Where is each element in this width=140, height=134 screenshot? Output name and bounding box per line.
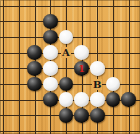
white-stone: ○	[74, 92, 89, 107]
black-stone: ●	[59, 77, 74, 92]
grid-line-horizontal	[0, 21, 140, 22]
black-stone: ●	[59, 108, 74, 123]
go-diagram: ●●○●○A○●○●1○●○●B○●○○○●●●●●	[0, 0, 140, 134]
white-stone: ○	[43, 77, 58, 92]
white-stone: ○	[106, 77, 121, 92]
point-label-b[interactable]: B	[92, 79, 102, 90]
black-stone: ●	[106, 92, 121, 107]
black-stone: ●	[74, 108, 89, 123]
white-stone: ○	[90, 92, 105, 107]
white-stone: ○	[43, 61, 58, 76]
marked-black-stone: ●1	[74, 61, 89, 76]
black-stone: ●	[27, 45, 42, 60]
grid-line-vertical	[19, 0, 20, 134]
black-stone: ●	[43, 14, 58, 29]
grid-line-horizontal	[0, 68, 140, 69]
black-stone: ●	[27, 77, 42, 92]
black-stone: ●	[43, 92, 58, 107]
move-number-label: 1	[74, 61, 89, 76]
black-stone: ●	[121, 92, 136, 107]
grid-line-horizontal	[0, 131, 140, 132]
grid-line-horizontal	[0, 6, 140, 7]
grid-line-vertical	[113, 0, 114, 134]
white-stone: ○	[59, 30, 74, 45]
grid-line-vertical	[3, 0, 4, 134]
grid-line-vertical	[129, 0, 130, 134]
point-label-a[interactable]: A	[61, 47, 71, 58]
white-stone: ○	[59, 92, 74, 107]
black-stone: ●	[43, 30, 58, 45]
go-board[interactable]: ●●○●○A○●○●1○●○●B○●○○○●●●●●	[0, 0, 140, 134]
black-stone: ●	[27, 61, 42, 76]
white-stone: ○	[90, 61, 105, 76]
black-stone: ●	[90, 108, 105, 123]
white-stone: ○	[74, 45, 89, 60]
white-stone: ○	[43, 45, 58, 60]
